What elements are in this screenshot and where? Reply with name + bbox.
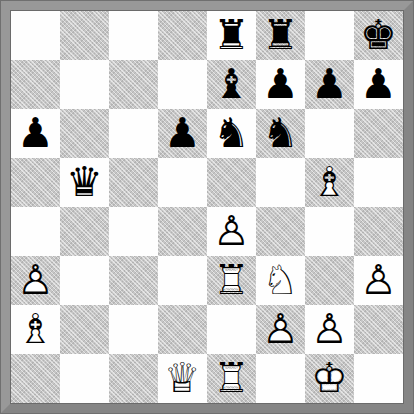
white-pawn-fill: ♟ [11,256,60,305]
square-h8[interactable]: ♚ [354,11,403,60]
white-pawn: ♙ [256,305,305,354]
black-knight: ♞ [207,109,256,158]
square-f4[interactable] [256,207,305,256]
square-c4[interactable] [109,207,158,256]
white-king: ♔ [305,354,354,403]
board-frame: ♜♜♚♝♟♟♟♟♟♞♞♛♝♗♟♙♟♙♜♖♞♘♟♙♝♗♟♙♟♙♛♕♜♖♚♔ [1,1,413,413]
white-pawn-fill: ♟ [305,305,354,354]
square-e6[interactable]: ♞ [207,109,256,158]
square-b8[interactable] [60,11,109,60]
white-bishop-fill: ♝ [11,305,60,354]
white-queen: ♕ [158,354,207,403]
white-pawn-fill: ♟ [256,305,305,354]
square-g5[interactable]: ♝♗ [305,158,354,207]
square-h4[interactable] [354,207,403,256]
white-rook: ♖ [207,354,256,403]
square-a6[interactable]: ♟ [11,109,60,158]
black-pawn: ♟ [354,60,403,109]
square-b7[interactable] [60,60,109,109]
square-d3[interactable] [158,256,207,305]
square-c5[interactable] [109,158,158,207]
square-e2[interactable] [207,305,256,354]
square-h3[interactable]: ♟♙ [354,256,403,305]
square-h2[interactable] [354,305,403,354]
square-e8[interactable]: ♜ [207,11,256,60]
square-d6[interactable]: ♟ [158,109,207,158]
white-pawn: ♙ [305,305,354,354]
square-a4[interactable] [11,207,60,256]
square-f8[interactable]: ♜ [256,11,305,60]
square-d4[interactable] [158,207,207,256]
square-a8[interactable] [11,11,60,60]
square-c1[interactable] [109,354,158,403]
white-pawn: ♙ [207,207,256,256]
black-rook: ♜ [256,11,305,60]
square-c7[interactable] [109,60,158,109]
black-bishop: ♝ [207,60,256,109]
square-b5[interactable]: ♛ [60,158,109,207]
square-g2[interactable]: ♟♙ [305,305,354,354]
square-c6[interactable] [109,109,158,158]
square-a5[interactable] [11,158,60,207]
square-d1[interactable]: ♛♕ [158,354,207,403]
chess-diagram: ♜♜♚♝♟♟♟♟♟♞♞♛♝♗♟♙♟♙♜♖♞♘♟♙♝♗♟♙♟♙♛♕♜♖♚♔ [0,0,414,414]
square-b6[interactable] [60,109,109,158]
square-c3[interactable] [109,256,158,305]
square-f6[interactable]: ♞ [256,109,305,158]
white-rook-fill: ♜ [207,354,256,403]
square-b1[interactable] [60,354,109,403]
square-e3[interactable]: ♜♖ [207,256,256,305]
white-knight-fill: ♞ [256,256,305,305]
square-h6[interactable] [354,109,403,158]
square-e1[interactable]: ♜♖ [207,354,256,403]
white-bishop: ♗ [305,158,354,207]
white-pawn: ♙ [11,256,60,305]
square-c8[interactable] [109,11,158,60]
white-pawn-fill: ♟ [354,256,403,305]
black-queen: ♛ [60,158,109,207]
black-pawn: ♟ [158,109,207,158]
black-knight: ♞ [256,109,305,158]
square-f7[interactable]: ♟ [256,60,305,109]
white-rook-fill: ♜ [207,256,256,305]
square-g1[interactable]: ♚♔ [305,354,354,403]
square-e7[interactable]: ♝ [207,60,256,109]
square-h1[interactable] [354,354,403,403]
black-pawn: ♟ [11,109,60,158]
square-d5[interactable] [158,158,207,207]
square-g8[interactable] [305,11,354,60]
white-knight: ♘ [256,256,305,305]
black-rook: ♜ [207,11,256,60]
square-f5[interactable] [256,158,305,207]
square-b3[interactable] [60,256,109,305]
white-rook: ♖ [207,256,256,305]
square-g7[interactable]: ♟ [305,60,354,109]
white-queen-fill: ♛ [158,354,207,403]
square-a7[interactable] [11,60,60,109]
black-king: ♚ [354,11,403,60]
square-a2[interactable]: ♝♗ [11,305,60,354]
square-f2[interactable]: ♟♙ [256,305,305,354]
square-d7[interactable] [158,60,207,109]
square-e4[interactable]: ♟♙ [207,207,256,256]
white-bishop: ♗ [11,305,60,354]
square-f3[interactable]: ♞♘ [256,256,305,305]
white-king-fill: ♚ [305,354,354,403]
white-pawn-fill: ♟ [207,207,256,256]
square-b2[interactable] [60,305,109,354]
square-g3[interactable] [305,256,354,305]
square-d2[interactable] [158,305,207,354]
white-pawn: ♙ [354,256,403,305]
white-bishop-fill: ♝ [305,158,354,207]
square-b4[interactable] [60,207,109,256]
chess-board: ♜♜♚♝♟♟♟♟♟♞♞♛♝♗♟♙♟♙♜♖♞♘♟♙♝♗♟♙♟♙♛♕♜♖♚♔ [11,11,403,403]
square-h7[interactable]: ♟ [354,60,403,109]
black-pawn: ♟ [305,60,354,109]
square-a1[interactable] [11,354,60,403]
square-f1[interactable] [256,354,305,403]
square-g6[interactable] [305,109,354,158]
black-pawn: ♟ [256,60,305,109]
square-c2[interactable] [109,305,158,354]
square-e5[interactable] [207,158,256,207]
square-g4[interactable] [305,207,354,256]
square-d8[interactable] [158,11,207,60]
square-a3[interactable]: ♟♙ [11,256,60,305]
square-h5[interactable] [354,158,403,207]
